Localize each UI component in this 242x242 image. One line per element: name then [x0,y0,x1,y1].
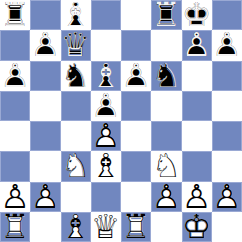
square-h5[interactable] [212,91,242,121]
piece-fill-layer: ♝ [91,61,121,91]
square-d1[interactable]: ♛♕ [91,212,121,242]
square-e6[interactable]: ♟♙ [121,61,151,91]
black-king[interactable]: ♚♔ [182,0,212,30]
piece-outline-layer: ♙ [151,182,181,212]
square-c7[interactable]: ♛♕ [61,30,91,60]
square-f6[interactable]: ♞♘ [151,61,181,91]
black-rook[interactable]: ♜♖ [151,0,181,30]
piece-outline-layer: ♙ [0,61,30,91]
square-g3[interactable] [182,151,212,181]
white-king[interactable]: ♚♔ [182,212,212,242]
white-knight[interactable]: ♞♘ [61,151,91,181]
piece-outline-layer: ♘ [151,61,181,91]
piece-fill-layer: ♟ [91,91,121,121]
square-d6[interactable]: ♝♗ [91,61,121,91]
square-a5[interactable] [0,91,30,121]
square-h8[interactable] [212,0,242,30]
chess-board: ♜♖♝♗♜♖♚♔♟♙♛♕♟♙♟♙♟♙♞♘♝♗♟♙♞♘♟♙♟♙♞♘♝♗♞♘♟♙♟♙… [0,0,242,242]
black-pawn[interactable]: ♟♙ [0,61,30,91]
piece-fill-layer: ♟ [182,182,212,212]
square-d2[interactable] [91,182,121,212]
piece-outline-layer: ♙ [0,182,30,212]
white-pawn[interactable]: ♟♙ [151,182,181,212]
white-pawn[interactable]: ♟♙ [212,182,242,212]
piece-fill-layer: ♞ [151,151,181,181]
square-f7[interactable] [151,30,181,60]
square-f8[interactable]: ♜♖ [151,0,181,30]
white-pawn[interactable]: ♟♙ [182,182,212,212]
piece-outline-layer: ♖ [151,0,181,30]
square-f2[interactable]: ♟♙ [151,182,181,212]
piece-fill-layer: ♝ [61,0,91,30]
square-f4[interactable] [151,121,181,151]
piece-outline-layer: ♗ [91,151,121,181]
piece-outline-layer: ♕ [61,30,91,60]
square-g2[interactable]: ♟♙ [182,182,212,212]
white-pawn[interactable]: ♟♙ [91,121,121,151]
square-d5[interactable]: ♟♙ [91,91,121,121]
black-pawn[interactable]: ♟♙ [30,30,60,60]
piece-fill-layer: ♚ [182,212,212,242]
white-pawn[interactable]: ♟♙ [30,182,60,212]
square-e8[interactable] [121,0,151,30]
square-c4[interactable] [61,121,91,151]
square-e2[interactable] [121,182,151,212]
piece-outline-layer: ♙ [182,182,212,212]
white-queen[interactable]: ♛♕ [91,212,121,242]
square-f5[interactable] [151,91,181,121]
square-c8[interactable]: ♝♗ [61,0,91,30]
piece-outline-layer: ♘ [151,151,181,181]
square-c5[interactable] [61,91,91,121]
piece-outline-layer: ♙ [212,182,242,212]
square-h4[interactable] [212,121,242,151]
black-pawn[interactable]: ♟♙ [121,61,151,91]
white-knight[interactable]: ♞♘ [151,151,181,181]
piece-outline-layer: ♗ [61,212,91,242]
piece-outline-layer: ♔ [182,0,212,30]
square-d7[interactable] [91,30,121,60]
square-a8[interactable]: ♜♖ [0,0,30,30]
square-b1[interactable] [30,212,60,242]
black-knight[interactable]: ♞♘ [61,61,91,91]
square-d4[interactable]: ♟♙ [91,121,121,151]
piece-fill-layer: ♟ [212,30,242,60]
square-g1[interactable]: ♚♔ [182,212,212,242]
white-bishop[interactable]: ♝♗ [91,151,121,181]
square-b4[interactable] [30,121,60,151]
square-a4[interactable] [0,121,30,151]
piece-outline-layer: ♖ [121,212,151,242]
piece-outline-layer: ♙ [182,30,212,60]
square-e4[interactable] [121,121,151,151]
piece-fill-layer: ♟ [121,61,151,91]
black-bishop[interactable]: ♝♗ [91,61,121,91]
square-b6[interactable] [30,61,60,91]
white-bishop[interactable]: ♝♗ [61,212,91,242]
black-pawn[interactable]: ♟♙ [182,30,212,60]
square-b8[interactable] [30,0,60,30]
square-g6[interactable] [182,61,212,91]
square-b5[interactable] [30,91,60,121]
square-g7[interactable]: ♟♙ [182,30,212,60]
square-a6[interactable]: ♟♙ [0,61,30,91]
square-d8[interactable] [91,0,121,30]
piece-outline-layer: ♗ [91,61,121,91]
piece-fill-layer: ♟ [30,182,60,212]
piece-outline-layer: ♙ [91,91,121,121]
square-f1[interactable] [151,212,181,242]
piece-fill-layer: ♝ [61,212,91,242]
white-rook[interactable]: ♜♖ [121,212,151,242]
piece-outline-layer: ♖ [0,0,30,30]
square-a3[interactable] [0,151,30,181]
square-c2[interactable] [61,182,91,212]
piece-fill-layer: ♟ [30,30,60,60]
piece-fill-layer: ♞ [151,61,181,91]
piece-outline-layer: ♙ [30,30,60,60]
square-e7[interactable] [121,30,151,60]
piece-fill-layer: ♟ [0,182,30,212]
black-pawn[interactable]: ♟♙ [212,30,242,60]
piece-fill-layer: ♞ [61,151,91,181]
piece-fill-layer: ♝ [91,151,121,181]
piece-outline-layer: ♙ [121,61,151,91]
square-h1[interactable] [212,212,242,242]
piece-fill-layer: ♜ [0,0,30,30]
piece-outline-layer: ♗ [61,0,91,30]
white-rook[interactable]: ♜♖ [0,212,30,242]
square-g4[interactable] [182,121,212,151]
piece-fill-layer: ♟ [212,182,242,212]
piece-fill-layer: ♟ [91,121,121,151]
piece-outline-layer: ♘ [61,151,91,181]
square-a2[interactable]: ♟♙ [0,182,30,212]
square-g5[interactable] [182,91,212,121]
square-h6[interactable] [212,61,242,91]
square-h7[interactable]: ♟♙ [212,30,242,60]
piece-outline-layer: ♙ [30,182,60,212]
square-e1[interactable]: ♜♖ [121,212,151,242]
square-f3[interactable]: ♞♘ [151,151,181,181]
square-b7[interactable]: ♟♙ [30,30,60,60]
piece-fill-layer: ♟ [182,30,212,60]
piece-fill-layer: ♜ [151,0,181,30]
square-h3[interactable] [212,151,242,181]
square-a7[interactable] [0,30,30,60]
square-e3[interactable] [121,151,151,181]
piece-outline-layer: ♔ [182,212,212,242]
black-knight[interactable]: ♞♘ [151,61,181,91]
square-h2[interactable]: ♟♙ [212,182,242,212]
black-rook[interactable]: ♜♖ [0,0,30,30]
square-c3[interactable]: ♞♘ [61,151,91,181]
piece-fill-layer: ♚ [182,0,212,30]
square-g8[interactable]: ♚♔ [182,0,212,30]
piece-outline-layer: ♙ [212,30,242,60]
square-a1[interactable]: ♜♖ [0,212,30,242]
piece-outline-layer: ♕ [91,212,121,242]
black-pawn[interactable]: ♟♙ [91,91,121,121]
piece-fill-layer: ♛ [61,30,91,60]
piece-outline-layer: ♘ [61,61,91,91]
square-c1[interactable]: ♝♗ [61,212,91,242]
piece-fill-layer: ♟ [0,61,30,91]
piece-fill-layer: ♜ [121,212,151,242]
black-bishop[interactable]: ♝♗ [61,0,91,30]
square-d3[interactable]: ♝♗ [91,151,121,181]
square-b3[interactable] [30,151,60,181]
piece-outline-layer: ♙ [91,121,121,151]
square-c6[interactable]: ♞♘ [61,61,91,91]
piece-fill-layer: ♞ [61,61,91,91]
piece-outline-layer: ♖ [0,212,30,242]
piece-fill-layer: ♜ [0,212,30,242]
square-b2[interactable]: ♟♙ [30,182,60,212]
white-pawn[interactable]: ♟♙ [0,182,30,212]
square-e5[interactable] [121,91,151,121]
piece-fill-layer: ♛ [91,212,121,242]
black-queen[interactable]: ♛♕ [61,30,91,60]
piece-fill-layer: ♟ [151,182,181,212]
